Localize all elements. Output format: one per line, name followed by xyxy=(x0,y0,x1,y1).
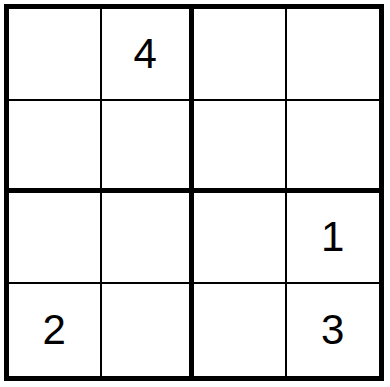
cell-r2c1[interactable] xyxy=(9,101,102,193)
given-digit: 4 xyxy=(134,33,157,75)
cell-r2c3[interactable] xyxy=(194,101,287,193)
cell-r3c1[interactable] xyxy=(9,193,102,285)
cell-r2c2[interactable] xyxy=(102,101,195,193)
cell-r4c2[interactable] xyxy=(102,284,195,376)
cell-r4c3[interactable] xyxy=(194,284,287,376)
cell-r1c2[interactable]: 4 xyxy=(102,9,195,101)
cell-r3c2[interactable] xyxy=(102,193,195,285)
cell-r3c3[interactable] xyxy=(194,193,287,285)
given-digit: 3 xyxy=(321,309,344,351)
cell-r3c4[interactable]: 1 xyxy=(287,193,380,285)
sudoku-board: 4123 xyxy=(4,4,384,381)
cell-r1c1[interactable] xyxy=(9,9,102,101)
cell-r2c4[interactable] xyxy=(287,101,380,193)
cell-r1c4[interactable] xyxy=(287,9,380,101)
cell-r4c1[interactable]: 2 xyxy=(9,284,102,376)
given-digit: 1 xyxy=(321,216,344,258)
given-digit: 2 xyxy=(43,309,66,351)
cell-r4c4[interactable]: 3 xyxy=(287,284,380,376)
cell-r1c3[interactable] xyxy=(194,9,287,101)
